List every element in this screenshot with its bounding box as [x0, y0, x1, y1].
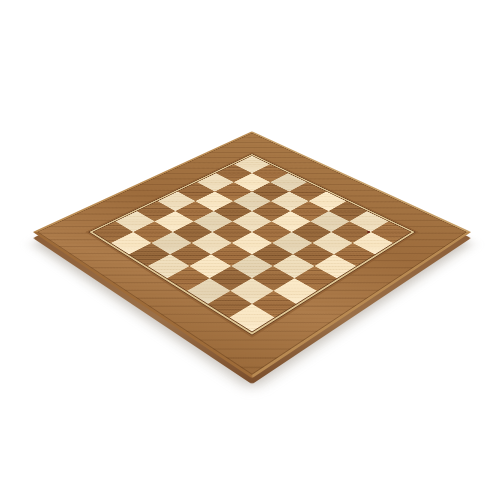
chess-board	[33, 131, 471, 378]
wood-knot	[367, 231, 370, 233]
product-photo-stage	[0, 0, 500, 500]
